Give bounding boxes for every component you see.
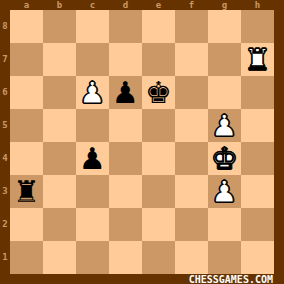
square-e2[interactable]: [142, 208, 175, 241]
piece-white-pawn[interactable]: ♟: [208, 175, 241, 208]
square-a3[interactable]: ♜: [10, 175, 43, 208]
square-d2[interactable]: [109, 208, 142, 241]
square-h3[interactable]: [241, 175, 274, 208]
square-f2[interactable]: [175, 208, 208, 241]
file-label-g: g: [208, 0, 241, 10]
square-c6[interactable]: ♟: [76, 76, 109, 109]
square-a1[interactable]: [10, 241, 43, 274]
square-e1[interactable]: [142, 241, 175, 274]
square-h4[interactable]: [241, 142, 274, 175]
square-g7[interactable]: [208, 43, 241, 76]
square-b7[interactable]: [43, 43, 76, 76]
square-e8[interactable]: [142, 10, 175, 43]
square-d7[interactable]: [109, 43, 142, 76]
square-f3[interactable]: [175, 175, 208, 208]
square-c7[interactable]: [76, 43, 109, 76]
square-c3[interactable]: [76, 175, 109, 208]
square-f8[interactable]: [175, 10, 208, 43]
square-d8[interactable]: [109, 10, 142, 43]
square-a7[interactable]: [10, 43, 43, 76]
piece-white-pawn[interactable]: ♟: [208, 109, 241, 142]
piece-black-pawn[interactable]: ♟: [109, 76, 142, 109]
square-e4[interactable]: [142, 142, 175, 175]
square-c8[interactable]: [76, 10, 109, 43]
square-g6[interactable]: [208, 76, 241, 109]
square-b8[interactable]: [43, 10, 76, 43]
square-c2[interactable]: [76, 208, 109, 241]
square-b4[interactable]: [43, 142, 76, 175]
file-label-f: f: [175, 0, 208, 10]
square-e7[interactable]: [142, 43, 175, 76]
square-e5[interactable]: [142, 109, 175, 142]
square-d3[interactable]: [109, 175, 142, 208]
square-e6[interactable]: ♚: [142, 76, 175, 109]
square-h2[interactable]: [241, 208, 274, 241]
piece-black-king[interactable]: ♚: [142, 76, 175, 109]
rank-label-5: 5: [0, 109, 10, 142]
piece-white-rook[interactable]: ♜: [241, 43, 274, 76]
file-label-c: c: [76, 0, 109, 10]
square-d5[interactable]: [109, 109, 142, 142]
file-label-h: h: [241, 0, 274, 10]
square-c1[interactable]: [76, 241, 109, 274]
rank-label-3: 3: [0, 175, 10, 208]
square-h1[interactable]: [241, 241, 274, 274]
chess-diagram-frame: abcdefgh 87654321 ♜♟♟♚♟♟♚♜♟ CHESSGAMES.C…: [0, 0, 284, 284]
square-d4[interactable]: [109, 142, 142, 175]
square-e3[interactable]: [142, 175, 175, 208]
square-b6[interactable]: [43, 76, 76, 109]
rank-label-6: 6: [0, 76, 10, 109]
square-h5[interactable]: [241, 109, 274, 142]
file-label-a: a: [10, 0, 43, 10]
square-f6[interactable]: [175, 76, 208, 109]
chess-board: ♜♟♟♚♟♟♚♜♟: [10, 10, 274, 274]
square-b3[interactable]: [43, 175, 76, 208]
file-label-d: d: [109, 0, 142, 10]
square-a4[interactable]: [10, 142, 43, 175]
rank-label-2: 2: [0, 208, 10, 241]
file-label-e: e: [142, 0, 175, 10]
square-h7[interactable]: ♜: [241, 43, 274, 76]
piece-white-pawn[interactable]: ♟: [76, 76, 109, 109]
rank-label-4: 4: [0, 142, 10, 175]
square-d6[interactable]: ♟: [109, 76, 142, 109]
site-brand: CHESSGAMES.COM: [189, 274, 273, 284]
square-g1[interactable]: [208, 241, 241, 274]
piece-black-rook[interactable]: ♜: [10, 175, 43, 208]
square-b1[interactable]: [43, 241, 76, 274]
square-g8[interactable]: [208, 10, 241, 43]
file-label-b: b: [43, 0, 76, 10]
square-g2[interactable]: [208, 208, 241, 241]
piece-white-king[interactable]: ♚: [208, 142, 241, 175]
square-b2[interactable]: [43, 208, 76, 241]
square-h8[interactable]: [241, 10, 274, 43]
square-f5[interactable]: [175, 109, 208, 142]
square-c5[interactable]: [76, 109, 109, 142]
square-a6[interactable]: [10, 76, 43, 109]
square-h6[interactable]: [241, 76, 274, 109]
square-g4[interactable]: ♚: [208, 142, 241, 175]
square-d1[interactable]: [109, 241, 142, 274]
square-f1[interactable]: [175, 241, 208, 274]
square-b5[interactable]: [43, 109, 76, 142]
square-f4[interactable]: [175, 142, 208, 175]
square-g5[interactable]: ♟: [208, 109, 241, 142]
square-a5[interactable]: [10, 109, 43, 142]
piece-black-pawn[interactable]: ♟: [76, 142, 109, 175]
square-c4[interactable]: ♟: [76, 142, 109, 175]
square-a2[interactable]: [10, 208, 43, 241]
square-a8[interactable]: [10, 10, 43, 43]
rank-label-1: 1: [0, 241, 10, 274]
square-g3[interactable]: ♟: [208, 175, 241, 208]
rank-label-7: 7: [0, 43, 10, 76]
rank-label-8: 8: [0, 10, 10, 43]
square-f7[interactable]: [175, 43, 208, 76]
